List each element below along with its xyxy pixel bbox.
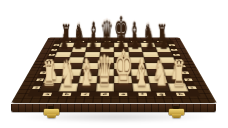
piece-white-b: ♝ <box>134 54 150 92</box>
square-c1: ♝ <box>77 83 97 91</box>
rank-label-1: 1 <box>187 86 197 89</box>
file-label-e: e <box>119 92 128 95</box>
file-label-g: g <box>157 92 166 95</box>
square-g1: ♞ <box>150 83 170 91</box>
piece-white-b: ♝ <box>78 54 94 92</box>
board-squares: ♜♞♝♛♚♝♞♜♟♟♟♟♟♟♟♟♟♟♟♟♟♟♟♟♜♞♝♛♚♝♞♜ <box>39 43 188 92</box>
square-h1: ♜ <box>167 83 188 91</box>
file-label-c: c <box>81 92 90 95</box>
piece-white-r: ♜ <box>42 58 56 92</box>
rank-label-7: 7 <box>170 49 177 51</box>
piece-black-p: ♟ <box>60 31 69 52</box>
brass-clasp-left <box>44 109 59 115</box>
piece-white-k: ♚ <box>114 45 133 91</box>
square-d1: ♛ <box>95 83 114 91</box>
piece-white-r: ♜ <box>172 58 186 92</box>
file-label-h: h <box>175 92 185 95</box>
piece-white-n: ♞ <box>60 56 75 92</box>
board-frame-inner: abcdefgh 87654321 ♜♞♝♛♚♝♞♜♟♟♟♟♟♟♟♟♟♟♟♟♟♟… <box>27 40 201 96</box>
file-label-b: b <box>62 92 71 95</box>
chess-board: abcdefgh 87654321 ♜♞♝♛♚♝♞♜♟♟♟♟♟♟♟♟♟♟♟♟♟♟… <box>11 37 217 103</box>
chess-set-photo: abcdefgh 87654321 ♜♞♝♛♚♝♞♜♟♟♟♟♟♟♟♟♟♟♟♟♟♟… <box>0 0 228 128</box>
box-front-edge <box>11 104 216 112</box>
brass-clasp-right <box>169 109 184 115</box>
file-strip-bottom: abcdefgh <box>37 91 191 96</box>
piece-white-q: ♛ <box>96 49 113 91</box>
file-label-f: f <box>138 92 147 95</box>
piece-black-p: ♟ <box>160 31 169 52</box>
file-label-a: a <box>43 92 53 95</box>
file-label-d: d <box>100 92 109 95</box>
square-f1: ♝ <box>132 83 152 91</box>
piece-white-n: ♞ <box>153 56 168 92</box>
square-e1: ♚ <box>114 83 133 91</box>
square-b1: ♞ <box>58 83 78 91</box>
rank-label-8: 8 <box>168 44 175 46</box>
